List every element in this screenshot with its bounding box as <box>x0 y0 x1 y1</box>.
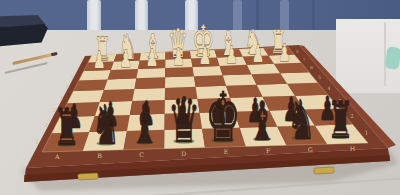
square-c5 <box>134 77 165 89</box>
piece-black-B-c1: ♝ <box>131 93 159 155</box>
rank-label-left-2: 2 <box>44 122 47 128</box>
rank-label-left-6: 6 <box>72 74 75 79</box>
brass-hinge <box>78 173 98 180</box>
piece-black-R-a1: ♜ <box>53 98 79 158</box>
piece-black-N-b1: ♞ <box>91 93 119 158</box>
chessboard: ABCDEFGH1122334455667788♜♞♝♛♚♝♞♜♟♟♟♟♟♟♟♟… <box>0 0 400 195</box>
piece-black-N-g1: ♞ <box>287 87 315 152</box>
piece-black-R-h1: ♜ <box>327 90 353 150</box>
square-b5 <box>104 78 136 90</box>
photo-scene: ABCDEFGH1122334455667788♜♞♝♛♚♝♞♜♟♟♟♟♟♟♟♟… <box>0 0 400 195</box>
piece-white-P-c7: ♟ <box>146 44 159 72</box>
piece-white-P-e7: ♟ <box>199 42 212 70</box>
rank-label-right-5: 5 <box>318 75 321 80</box>
piece-white-P-b7: ♟ <box>119 45 132 73</box>
piece-white-P-a7: ♟ <box>93 46 106 74</box>
piece-white-P-d7: ♟ <box>172 43 185 71</box>
piece-black-B-f1: ♝ <box>248 90 276 152</box>
piece-white-P-g7: ♟ <box>252 40 265 68</box>
rank-label-left-1: 1 <box>35 138 39 145</box>
piece-black-Q-d1: ♛ <box>168 85 201 157</box>
rank-label-right-1: 1 <box>365 129 369 136</box>
piece-black-K-e1: ♚ <box>205 77 241 157</box>
brass-hinge <box>314 167 334 174</box>
piece-white-P-f7: ♟ <box>225 41 238 69</box>
piece-white-P-h7: ♟ <box>278 39 291 67</box>
rank-label-left-5: 5 <box>66 84 69 89</box>
rank-label-right-6: 6 <box>310 65 313 70</box>
